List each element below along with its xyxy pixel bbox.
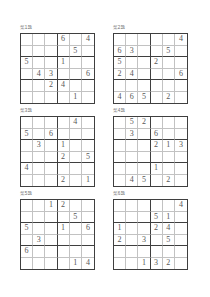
cell-r2c6 [82, 212, 94, 224]
cell-r6c5: 2 [163, 258, 175, 270]
cell-r1c3 [45, 117, 57, 129]
cell-r2c5 [163, 129, 175, 141]
cell-r6c1 [21, 175, 33, 187]
cell-r3c4: 2 [151, 140, 163, 152]
cell-r2c1 [114, 212, 126, 224]
puzzle-6-grid: 451124235132 [113, 199, 188, 270]
cell-r5c2 [33, 80, 45, 92]
cell-r5c3 [138, 246, 150, 258]
cell-r4c3 [138, 69, 150, 81]
cell-r1c3 [138, 200, 150, 212]
cell-r5c4 [58, 163, 70, 175]
puzzle-5-grid: 1255163614 [20, 199, 95, 270]
cell-r5c6 [82, 246, 94, 258]
cell-r6c2 [33, 258, 45, 270]
cell-r3c4: 2 [151, 57, 163, 69]
cell-r5c6 [175, 80, 187, 92]
cell-r5c1 [21, 80, 33, 92]
cell-r1c3: 2 [138, 117, 150, 129]
cell-r4c3: 3 [138, 235, 150, 247]
cell-r5c6 [82, 163, 94, 175]
puzzle-4-label: 第4题 [113, 107, 189, 114]
puzzle-6-label: 第6题 [113, 190, 189, 197]
cell-r3c3 [138, 140, 150, 152]
cell-r4c1: 2 [114, 235, 126, 247]
puzzle-2-grid: 4635522464652 [113, 33, 188, 104]
cell-r4c5 [163, 152, 175, 164]
cell-r2c2: 3 [126, 46, 138, 58]
cell-r4c3: 3 [45, 69, 57, 81]
cell-r4c5 [163, 69, 175, 81]
cell-r3c4: 2 [151, 223, 163, 235]
cell-r6c1: 4 [114, 92, 126, 104]
cell-r3c5 [70, 57, 82, 69]
cell-r4c6: 6 [175, 69, 187, 81]
cell-r5c2 [126, 163, 138, 175]
cell-r5c5 [70, 163, 82, 175]
cell-r5c3 [138, 163, 150, 175]
cell-r4c5 [70, 235, 82, 247]
puzzle-6: 第6题 451124235132 [113, 190, 189, 270]
cell-r3c2 [126, 223, 138, 235]
cell-r2c6 [82, 46, 94, 58]
cell-r4c1: 2 [114, 69, 126, 81]
cell-r1c4 [151, 200, 163, 212]
cell-r4c4 [151, 152, 163, 164]
cell-r5c1: 4 [21, 163, 33, 175]
cell-r2c4 [58, 129, 70, 141]
cell-r3c5 [70, 223, 82, 235]
cell-r1c1 [114, 200, 126, 212]
cell-r2c6 [82, 129, 94, 141]
cell-r1c4 [58, 117, 70, 129]
cell-r6c4: 2 [58, 175, 70, 187]
cell-r1c2 [33, 117, 45, 129]
cell-r3c3 [45, 223, 57, 235]
cell-r1c2: 5 [126, 117, 138, 129]
cell-r2c3 [45, 212, 57, 224]
cell-r1c4 [151, 117, 163, 129]
cell-r6c1 [21, 92, 33, 104]
cell-r3c6 [82, 140, 94, 152]
cell-r4c1 [21, 69, 33, 81]
cell-r6c4 [58, 258, 70, 270]
cell-r5c2 [33, 246, 45, 258]
cell-r2c2 [33, 46, 45, 58]
cell-r1c3: 1 [45, 200, 57, 212]
cell-r3c2 [126, 57, 138, 69]
cell-r6c6: 4 [82, 258, 94, 270]
cell-r2c3 [138, 212, 150, 224]
cell-r6c3 [45, 92, 57, 104]
cell-r5c4 [151, 246, 163, 258]
cell-r4c2: 3 [33, 235, 45, 247]
cell-r3c4: 1 [58, 223, 70, 235]
cell-r3c2 [126, 140, 138, 152]
cell-r5c4 [151, 80, 163, 92]
cell-r2c3 [138, 46, 150, 58]
cell-r5c3 [45, 163, 57, 175]
cell-r2c4 [151, 46, 163, 58]
cell-r6c3: 1 [138, 258, 150, 270]
puzzle-2: 第2题 4635522464652 [113, 24, 189, 104]
cell-r6c2 [126, 258, 138, 270]
cell-r6c5: 2 [163, 92, 175, 104]
puzzle-3: 第3题 4563125421 [20, 107, 96, 187]
cell-r1c6 [82, 117, 94, 129]
cell-r2c5: 1 [163, 212, 175, 224]
cell-r6c5: 1 [70, 92, 82, 104]
cell-r3c5 [163, 57, 175, 69]
cell-r3c1 [21, 140, 33, 152]
cell-r6c6 [175, 258, 187, 270]
cell-r3c1 [114, 140, 126, 152]
cell-r3c3 [138, 223, 150, 235]
cell-r2c6 [175, 212, 187, 224]
cell-r5c6 [82, 80, 94, 92]
cell-r4c5 [70, 152, 82, 164]
cell-r5c2 [126, 80, 138, 92]
cell-r5c4: 4 [58, 80, 70, 92]
cell-r1c5 [163, 117, 175, 129]
cell-r4c5: 5 [163, 235, 175, 247]
cell-r2c1 [114, 129, 126, 141]
puzzle-4-grid: 52362131452 [113, 116, 188, 187]
cell-r1c5: 4 [70, 117, 82, 129]
cell-r2c4 [58, 46, 70, 58]
cell-r1c6: 4 [175, 34, 187, 46]
cell-r3c6: 3 [175, 140, 187, 152]
cell-r4c4 [58, 69, 70, 81]
cell-r6c3: 5 [138, 175, 150, 187]
cell-r4c6 [82, 235, 94, 247]
cell-r1c5 [163, 200, 175, 212]
cell-r3c3 [138, 57, 150, 69]
cell-r3c6 [175, 57, 187, 69]
cell-r5c5 [163, 163, 175, 175]
cell-r2c6 [175, 129, 187, 141]
cell-r4c1 [21, 152, 33, 164]
cell-r6c6 [175, 92, 187, 104]
cell-r3c1: 5 [21, 57, 33, 69]
cell-r3c4: 1 [58, 140, 70, 152]
puzzle-4: 第4题 52362131452 [113, 107, 189, 187]
cell-r3c3 [45, 57, 57, 69]
cell-r1c2 [33, 200, 45, 212]
cell-r4c3 [138, 152, 150, 164]
cell-r6c4 [151, 175, 163, 187]
puzzle-row-2: 第3题 4563125421 第4题 52362131452 [0, 107, 210, 187]
cell-r1c5 [70, 200, 82, 212]
cell-r4c3 [45, 235, 57, 247]
cell-r4c1 [114, 152, 126, 164]
puzzle-5-label: 第5题 [20, 190, 96, 197]
cell-r2c1: 5 [21, 129, 33, 141]
cell-r2c1 [21, 212, 33, 224]
cell-r4c6: 5 [82, 152, 94, 164]
cell-r2c1: 6 [114, 46, 126, 58]
cell-r2c3 [138, 129, 150, 141]
cell-r2c4 [58, 212, 70, 224]
cell-r1c5 [163, 34, 175, 46]
cell-r6c4: 3 [151, 258, 163, 270]
cell-r2c5: 5 [70, 46, 82, 58]
cell-r5c6 [175, 246, 187, 258]
cell-r1c1 [114, 34, 126, 46]
cell-r2c3 [45, 46, 57, 58]
cell-r4c3 [45, 152, 57, 164]
cell-r6c1 [21, 258, 33, 270]
cell-r1c6: 4 [175, 200, 187, 212]
cell-r6c4 [58, 92, 70, 104]
cell-r1c3 [138, 34, 150, 46]
cell-r1c1 [114, 117, 126, 129]
cell-r6c1 [114, 258, 126, 270]
cell-r6c1 [114, 175, 126, 187]
cell-r2c4: 6 [151, 129, 163, 141]
cell-r2c2: 3 [126, 129, 138, 141]
cell-r1c1 [21, 34, 33, 46]
cell-r1c2 [126, 200, 138, 212]
puzzle-row-3: 第5题 1255163614 第6题 451124235132 [0, 190, 210, 270]
cell-r5c2 [126, 246, 138, 258]
cell-r3c5: 1 [163, 140, 175, 152]
cell-r6c2 [33, 175, 45, 187]
cell-r4c6: 6 [82, 69, 94, 81]
cell-r1c4: 2 [58, 200, 70, 212]
cell-r6c6 [175, 175, 187, 187]
cell-r6c2: 6 [126, 92, 138, 104]
cell-r5c1 [114, 80, 126, 92]
cell-r2c4: 5 [151, 212, 163, 224]
cell-r4c2 [126, 152, 138, 164]
cell-r3c1: 5 [21, 223, 33, 235]
cell-r4c6 [175, 235, 187, 247]
cell-r1c6: 4 [82, 34, 94, 46]
cell-r6c2: 4 [126, 175, 138, 187]
cell-r6c5: 2 [163, 175, 175, 187]
cell-r3c5 [70, 140, 82, 152]
cell-r6c3: 5 [138, 92, 150, 104]
cell-r4c4: 2 [58, 152, 70, 164]
puzzle-1: 第1题 64551436241 [20, 24, 96, 104]
cell-r4c4 [151, 235, 163, 247]
cell-r2c2 [33, 129, 45, 141]
puzzle-3-grid: 4563125421 [20, 116, 95, 187]
cell-r5c1 [114, 246, 126, 258]
cell-r3c6 [175, 223, 187, 235]
cell-r5c5 [163, 80, 175, 92]
cell-r4c5 [70, 69, 82, 81]
cell-r4c2: 4 [33, 69, 45, 81]
cell-r4c4 [151, 69, 163, 81]
cell-r2c6 [175, 46, 187, 58]
cell-r5c5 [70, 246, 82, 258]
cell-r4c1 [21, 235, 33, 247]
cell-r4c4 [58, 235, 70, 247]
puzzle-2-label: 第2题 [113, 24, 189, 31]
cell-r3c1: 1 [114, 223, 126, 235]
cell-r3c2 [33, 223, 45, 235]
cell-r3c6: 6 [82, 223, 94, 235]
cell-r1c6 [175, 117, 187, 129]
cell-r5c4: 1 [151, 163, 163, 175]
cell-r4c2 [33, 152, 45, 164]
worksheet-page: 第1题 64551436241 第2题 4635522464652 第3题 45… [0, 0, 210, 297]
cell-r3c4: 1 [58, 57, 70, 69]
cell-r5c2 [33, 163, 45, 175]
cell-r3c2 [33, 57, 45, 69]
cell-r5c4 [58, 246, 70, 258]
cell-r5c3 [138, 80, 150, 92]
cell-r5c5 [70, 80, 82, 92]
cell-r6c5: 1 [70, 258, 82, 270]
cell-r2c3: 6 [45, 129, 57, 141]
cell-r2c5: 5 [70, 212, 82, 224]
cell-r4c6 [175, 152, 187, 164]
cell-r3c2: 3 [33, 140, 45, 152]
puzzle-5: 第5题 1255163614 [20, 190, 96, 270]
cell-r1c2 [33, 34, 45, 46]
cell-r2c5: 5 [163, 46, 175, 58]
cell-r4c2: 4 [126, 69, 138, 81]
cell-r6c5 [70, 175, 82, 187]
cell-r6c3 [45, 258, 57, 270]
cell-r1c5 [70, 34, 82, 46]
puzzle-row-1: 第1题 64551436241 第2题 4635522464652 [0, 24, 210, 104]
cell-r3c3 [45, 140, 57, 152]
cell-r6c6 [82, 92, 94, 104]
cell-r2c1 [21, 46, 33, 58]
cell-r3c6 [82, 57, 94, 69]
cell-r5c1: 6 [21, 246, 33, 258]
cell-r6c6: 1 [82, 175, 94, 187]
cell-r2c2 [33, 212, 45, 224]
puzzle-1-label: 第1题 [20, 24, 96, 31]
cell-r3c1: 5 [114, 57, 126, 69]
cell-r1c3 [45, 34, 57, 46]
puzzle-1-grid: 64551436241 [20, 33, 95, 104]
cell-r5c5 [163, 246, 175, 258]
cell-r5c6 [175, 163, 187, 175]
cell-r1c2 [126, 34, 138, 46]
cell-r2c5 [70, 129, 82, 141]
cell-r1c4 [151, 34, 163, 46]
cell-r5c3: 2 [45, 80, 57, 92]
cell-r3c5: 4 [163, 223, 175, 235]
cell-r1c4: 6 [58, 34, 70, 46]
cell-r1c1 [21, 117, 33, 129]
cell-r6c2 [33, 92, 45, 104]
cell-r4c2 [126, 235, 138, 247]
cell-r5c3 [45, 246, 57, 258]
puzzle-3-label: 第3题 [20, 107, 96, 114]
cell-r5c1 [114, 163, 126, 175]
cell-r2c2 [126, 212, 138, 224]
cell-r6c3 [45, 175, 57, 187]
cell-r6c4 [151, 92, 163, 104]
cell-r1c1 [21, 200, 33, 212]
cell-r1c6 [82, 200, 94, 212]
